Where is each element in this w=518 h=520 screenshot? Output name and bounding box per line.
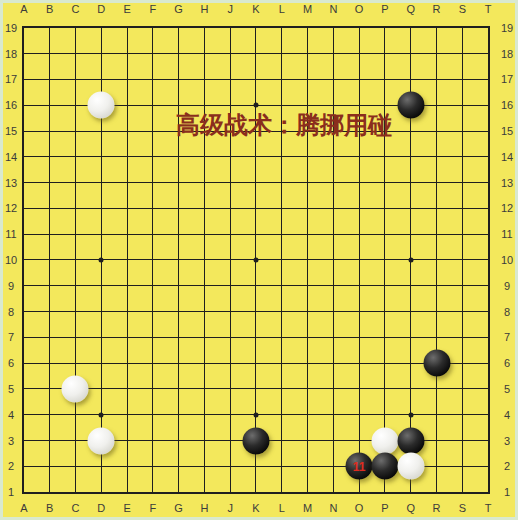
board-intersection[interactable] bbox=[11, 273, 37, 299]
board-intersection[interactable] bbox=[11, 350, 37, 376]
board-intersection[interactable] bbox=[63, 453, 89, 479]
board-intersection[interactable] bbox=[63, 196, 89, 222]
board-intersection[interactable] bbox=[398, 221, 424, 247]
board-intersection[interactable] bbox=[63, 376, 89, 402]
board-intersection[interactable] bbox=[475, 350, 501, 376]
board-intersection[interactable] bbox=[398, 247, 424, 273]
board-intersection[interactable] bbox=[140, 428, 166, 454]
board-intersection[interactable] bbox=[192, 453, 218, 479]
board-intersection[interactable] bbox=[243, 144, 269, 170]
board-intersection[interactable] bbox=[346, 376, 372, 402]
board-intersection[interactable] bbox=[217, 402, 243, 428]
board-intersection[interactable] bbox=[346, 221, 372, 247]
board-intersection[interactable] bbox=[424, 15, 450, 41]
board-intersection[interactable] bbox=[217, 15, 243, 41]
board-intersection[interactable] bbox=[449, 376, 475, 402]
board-intersection[interactable] bbox=[295, 15, 321, 41]
board-intersection[interactable] bbox=[398, 15, 424, 41]
board-intersection[interactable] bbox=[449, 479, 475, 505]
board-intersection[interactable] bbox=[243, 67, 269, 93]
board-intersection[interactable] bbox=[346, 67, 372, 93]
board-intersection[interactable] bbox=[166, 299, 192, 325]
board-intersection[interactable] bbox=[88, 118, 114, 144]
board-intersection[interactable] bbox=[88, 170, 114, 196]
board-intersection[interactable] bbox=[269, 428, 295, 454]
board-intersection[interactable] bbox=[88, 479, 114, 505]
board-intersection[interactable] bbox=[295, 196, 321, 222]
board-intersection[interactable] bbox=[37, 324, 63, 350]
board-intersection[interactable] bbox=[192, 324, 218, 350]
board-intersection[interactable] bbox=[11, 67, 37, 93]
board-intersection[interactable] bbox=[372, 428, 398, 454]
board-intersection[interactable] bbox=[88, 299, 114, 325]
board-intersection[interactable] bbox=[243, 15, 269, 41]
board-intersection[interactable] bbox=[372, 15, 398, 41]
board-intersection[interactable] bbox=[192, 402, 218, 428]
board-intersection[interactable] bbox=[114, 196, 140, 222]
board-intersection[interactable] bbox=[166, 350, 192, 376]
board-intersection[interactable] bbox=[346, 428, 372, 454]
board-intersection[interactable] bbox=[243, 453, 269, 479]
board-intersection[interactable] bbox=[37, 144, 63, 170]
board-intersection[interactable] bbox=[114, 324, 140, 350]
board-intersection[interactable] bbox=[424, 118, 450, 144]
black-stone[interactable] bbox=[397, 427, 424, 454]
board-intersection[interactable] bbox=[449, 144, 475, 170]
board-intersection[interactable] bbox=[217, 428, 243, 454]
board-intersection[interactable] bbox=[475, 92, 501, 118]
board-intersection[interactable] bbox=[114, 273, 140, 299]
board-intersection[interactable] bbox=[475, 402, 501, 428]
board-intersection[interactable] bbox=[88, 350, 114, 376]
board-intersection[interactable] bbox=[217, 41, 243, 67]
board-intersection[interactable] bbox=[269, 402, 295, 428]
board-intersection[interactable] bbox=[63, 41, 89, 67]
board-intersection[interactable] bbox=[63, 118, 89, 144]
board-intersection[interactable] bbox=[63, 273, 89, 299]
board-intersection[interactable] bbox=[372, 144, 398, 170]
board-intersection[interactable] bbox=[192, 247, 218, 273]
board-intersection[interactable] bbox=[114, 144, 140, 170]
board-intersection[interactable] bbox=[449, 428, 475, 454]
board-intersection[interactable] bbox=[88, 324, 114, 350]
board-intersection[interactable] bbox=[424, 170, 450, 196]
board-intersection[interactable] bbox=[269, 324, 295, 350]
board-intersection[interactable] bbox=[372, 350, 398, 376]
board-intersection[interactable] bbox=[320, 247, 346, 273]
board-intersection[interactable] bbox=[269, 273, 295, 299]
white-stone[interactable] bbox=[397, 453, 424, 480]
board-intersection[interactable] bbox=[88, 67, 114, 93]
board-intersection[interactable] bbox=[140, 350, 166, 376]
board-intersection[interactable] bbox=[449, 67, 475, 93]
board-intersection[interactable] bbox=[217, 221, 243, 247]
board-intersection[interactable] bbox=[475, 41, 501, 67]
board-intersection[interactable] bbox=[372, 299, 398, 325]
board-intersection[interactable] bbox=[140, 273, 166, 299]
board-intersection[interactable] bbox=[166, 221, 192, 247]
board-intersection[interactable] bbox=[140, 41, 166, 67]
board-intersection[interactable] bbox=[295, 144, 321, 170]
board-intersection[interactable] bbox=[37, 118, 63, 144]
board-intersection[interactable] bbox=[424, 402, 450, 428]
board-intersection[interactable] bbox=[37, 479, 63, 505]
board-intersection[interactable] bbox=[88, 144, 114, 170]
board-intersection[interactable] bbox=[192, 273, 218, 299]
board-intersection[interactable] bbox=[398, 402, 424, 428]
board-intersection[interactable] bbox=[114, 247, 140, 273]
board-intersection[interactable] bbox=[63, 92, 89, 118]
board-intersection[interactable] bbox=[37, 92, 63, 118]
board-intersection[interactable] bbox=[37, 428, 63, 454]
board-intersection[interactable] bbox=[346, 273, 372, 299]
board-intersection[interactable] bbox=[424, 479, 450, 505]
board-intersection[interactable] bbox=[192, 67, 218, 93]
board-intersection[interactable] bbox=[269, 144, 295, 170]
board-intersection[interactable] bbox=[243, 428, 269, 454]
board-intersection[interactable] bbox=[449, 92, 475, 118]
board-intersection[interactable] bbox=[449, 118, 475, 144]
board-intersection[interactable] bbox=[37, 376, 63, 402]
board-intersection[interactable] bbox=[346, 15, 372, 41]
board-intersection[interactable] bbox=[37, 299, 63, 325]
board-intersection[interactable] bbox=[424, 376, 450, 402]
board-intersection[interactable] bbox=[243, 196, 269, 222]
board-intersection[interactable] bbox=[269, 247, 295, 273]
board-intersection[interactable] bbox=[449, 453, 475, 479]
board-intersection[interactable] bbox=[11, 376, 37, 402]
board-intersection[interactable] bbox=[295, 453, 321, 479]
board-intersection[interactable] bbox=[295, 299, 321, 325]
board-intersection[interactable] bbox=[63, 221, 89, 247]
board-intersection[interactable] bbox=[372, 221, 398, 247]
board-intersection[interactable] bbox=[166, 402, 192, 428]
board-intersection[interactable] bbox=[37, 41, 63, 67]
board-intersection[interactable] bbox=[88, 428, 114, 454]
board-intersection[interactable] bbox=[269, 376, 295, 402]
board-intersection[interactable] bbox=[346, 402, 372, 428]
board-intersection[interactable] bbox=[449, 273, 475, 299]
black-stone[interactable] bbox=[371, 453, 398, 480]
board-intersection[interactable] bbox=[346, 350, 372, 376]
board-intersection[interactable] bbox=[63, 428, 89, 454]
board-intersection[interactable] bbox=[320, 479, 346, 505]
board-intersection[interactable] bbox=[320, 453, 346, 479]
board-intersection[interactable] bbox=[140, 67, 166, 93]
board-intersection[interactable] bbox=[88, 273, 114, 299]
board-intersection[interactable] bbox=[37, 67, 63, 93]
board-intersection[interactable] bbox=[346, 144, 372, 170]
board-intersection[interactable] bbox=[398, 273, 424, 299]
black-stone[interactable] bbox=[423, 350, 450, 377]
board-intersection[interactable] bbox=[269, 479, 295, 505]
board-intersection[interactable] bbox=[192, 196, 218, 222]
board-intersection[interactable] bbox=[11, 15, 37, 41]
board-intersection[interactable] bbox=[166, 41, 192, 67]
board-intersection[interactable] bbox=[166, 196, 192, 222]
board-intersection[interactable] bbox=[320, 350, 346, 376]
board-intersection[interactable] bbox=[114, 376, 140, 402]
board-intersection[interactable] bbox=[424, 350, 450, 376]
board-intersection[interactable] bbox=[217, 170, 243, 196]
board-intersection[interactable] bbox=[424, 196, 450, 222]
board-intersection[interactable] bbox=[11, 92, 37, 118]
board-intersection[interactable] bbox=[192, 479, 218, 505]
board-intersection[interactable] bbox=[398, 299, 424, 325]
board-intersection[interactable] bbox=[398, 41, 424, 67]
board-intersection[interactable] bbox=[217, 144, 243, 170]
board-intersection[interactable] bbox=[217, 247, 243, 273]
board-intersection[interactable] bbox=[63, 299, 89, 325]
board-intersection[interactable] bbox=[63, 170, 89, 196]
board-intersection[interactable] bbox=[424, 41, 450, 67]
board-intersection[interactable] bbox=[269, 15, 295, 41]
board-intersection[interactable] bbox=[295, 273, 321, 299]
board-intersection[interactable] bbox=[269, 350, 295, 376]
board-intersection[interactable] bbox=[475, 196, 501, 222]
board-intersection[interactable] bbox=[398, 196, 424, 222]
board-intersection[interactable] bbox=[295, 324, 321, 350]
board-intersection[interactable] bbox=[320, 273, 346, 299]
board-intersection[interactable] bbox=[424, 221, 450, 247]
board-intersection[interactable] bbox=[269, 41, 295, 67]
board-intersection[interactable] bbox=[320, 324, 346, 350]
board-intersection[interactable] bbox=[372, 324, 398, 350]
board-intersection[interactable] bbox=[37, 350, 63, 376]
board-intersection[interactable] bbox=[114, 41, 140, 67]
board-intersection[interactable] bbox=[320, 299, 346, 325]
board-intersection[interactable] bbox=[295, 350, 321, 376]
board-intersection[interactable] bbox=[192, 41, 218, 67]
board-intersection[interactable] bbox=[140, 170, 166, 196]
white-stone[interactable] bbox=[62, 375, 89, 402]
board-intersection[interactable] bbox=[192, 221, 218, 247]
board-intersection[interactable] bbox=[140, 144, 166, 170]
board-intersection[interactable] bbox=[114, 350, 140, 376]
board-intersection[interactable] bbox=[166, 453, 192, 479]
board-intersection[interactable] bbox=[11, 428, 37, 454]
board-intersection[interactable] bbox=[37, 247, 63, 273]
board-intersection[interactable] bbox=[114, 428, 140, 454]
board-intersection[interactable] bbox=[295, 428, 321, 454]
board-intersection[interactable] bbox=[114, 221, 140, 247]
board-intersection[interactable] bbox=[243, 247, 269, 273]
board-intersection[interactable] bbox=[449, 324, 475, 350]
board-intersection[interactable] bbox=[88, 196, 114, 222]
board-intersection[interactable] bbox=[449, 221, 475, 247]
board-intersection[interactable] bbox=[114, 453, 140, 479]
board-intersection[interactable] bbox=[372, 453, 398, 479]
board-intersection[interactable] bbox=[217, 196, 243, 222]
board-intersection[interactable] bbox=[166, 170, 192, 196]
board-intersection[interactable] bbox=[140, 479, 166, 505]
board-intersection[interactable] bbox=[449, 41, 475, 67]
board-intersection[interactable] bbox=[192, 170, 218, 196]
board-intersection[interactable] bbox=[449, 350, 475, 376]
board-intersection[interactable] bbox=[449, 402, 475, 428]
board-intersection[interactable] bbox=[243, 41, 269, 67]
board-intersection[interactable] bbox=[424, 144, 450, 170]
board-intersection[interactable] bbox=[243, 221, 269, 247]
board-intersection[interactable] bbox=[114, 299, 140, 325]
board-intersection[interactable] bbox=[140, 453, 166, 479]
board-intersection[interactable] bbox=[475, 67, 501, 93]
board-intersection[interactable] bbox=[398, 453, 424, 479]
board-intersection[interactable] bbox=[140, 299, 166, 325]
board-intersection[interactable] bbox=[88, 92, 114, 118]
board-intersection[interactable] bbox=[11, 479, 37, 505]
board-intersection[interactable] bbox=[320, 221, 346, 247]
board-intersection[interactable] bbox=[140, 221, 166, 247]
board-intersection[interactable] bbox=[114, 67, 140, 93]
board-intersection[interactable] bbox=[449, 170, 475, 196]
board-intersection[interactable] bbox=[320, 376, 346, 402]
board-intersection[interactable] bbox=[166, 15, 192, 41]
board-intersection[interactable] bbox=[424, 67, 450, 93]
board-intersection[interactable] bbox=[475, 453, 501, 479]
board-intersection[interactable] bbox=[217, 324, 243, 350]
board-intersection[interactable] bbox=[475, 428, 501, 454]
board-intersection[interactable] bbox=[166, 479, 192, 505]
board-intersection[interactable] bbox=[88, 402, 114, 428]
board-intersection[interactable] bbox=[140, 15, 166, 41]
board-intersection[interactable] bbox=[424, 453, 450, 479]
board-intersection[interactable] bbox=[475, 324, 501, 350]
board-intersection[interactable] bbox=[398, 479, 424, 505]
board-intersection[interactable] bbox=[398, 428, 424, 454]
board-intersection[interactable] bbox=[320, 15, 346, 41]
board-intersection[interactable] bbox=[166, 67, 192, 93]
board-intersection[interactable] bbox=[243, 299, 269, 325]
board-intersection[interactable] bbox=[295, 247, 321, 273]
board-intersection[interactable] bbox=[372, 41, 398, 67]
board-intersection[interactable] bbox=[63, 67, 89, 93]
board-intersection[interactable] bbox=[243, 273, 269, 299]
board-intersection[interactable] bbox=[88, 247, 114, 273]
board-intersection[interactable] bbox=[217, 67, 243, 93]
board-intersection[interactable] bbox=[243, 350, 269, 376]
board-intersection[interactable] bbox=[140, 324, 166, 350]
board-intersection[interactable] bbox=[217, 273, 243, 299]
board-intersection[interactable] bbox=[320, 196, 346, 222]
board-intersection[interactable] bbox=[424, 92, 450, 118]
board-intersection[interactable] bbox=[192, 376, 218, 402]
board-intersection[interactable] bbox=[346, 170, 372, 196]
board-intersection[interactable] bbox=[475, 247, 501, 273]
board-intersection[interactable]: 11 bbox=[346, 453, 372, 479]
board-intersection[interactable] bbox=[63, 15, 89, 41]
board-intersection[interactable] bbox=[37, 15, 63, 41]
board-intersection[interactable] bbox=[346, 324, 372, 350]
board-intersection[interactable] bbox=[320, 67, 346, 93]
board-intersection[interactable] bbox=[88, 15, 114, 41]
board-intersection[interactable] bbox=[243, 170, 269, 196]
white-stone[interactable] bbox=[371, 427, 398, 454]
board-intersection[interactable] bbox=[11, 144, 37, 170]
board-intersection[interactable] bbox=[346, 247, 372, 273]
board-intersection[interactable] bbox=[449, 196, 475, 222]
board-intersection[interactable] bbox=[88, 41, 114, 67]
board-intersection[interactable] bbox=[140, 196, 166, 222]
board-intersection[interactable] bbox=[88, 376, 114, 402]
board-intersection[interactable] bbox=[217, 453, 243, 479]
board-intersection[interactable] bbox=[295, 170, 321, 196]
board-intersection[interactable] bbox=[37, 402, 63, 428]
board-intersection[interactable] bbox=[140, 247, 166, 273]
board-intersection[interactable] bbox=[295, 41, 321, 67]
black-stone[interactable]: 11 bbox=[346, 453, 373, 480]
board-intersection[interactable] bbox=[295, 376, 321, 402]
board-intersection[interactable] bbox=[398, 350, 424, 376]
board-intersection[interactable] bbox=[217, 350, 243, 376]
board-intersection[interactable] bbox=[192, 299, 218, 325]
board-intersection[interactable] bbox=[243, 479, 269, 505]
board-intersection[interactable] bbox=[114, 170, 140, 196]
board-intersection[interactable] bbox=[475, 299, 501, 325]
board-intersection[interactable] bbox=[11, 324, 37, 350]
board-intersection[interactable] bbox=[11, 196, 37, 222]
board-intersection[interactable] bbox=[295, 479, 321, 505]
board-intersection[interactable] bbox=[449, 247, 475, 273]
board-intersection[interactable] bbox=[398, 324, 424, 350]
board-intersection[interactable] bbox=[475, 15, 501, 41]
board-intersection[interactable] bbox=[63, 144, 89, 170]
board-intersection[interactable] bbox=[11, 453, 37, 479]
board-intersection[interactable] bbox=[320, 170, 346, 196]
board-intersection[interactable] bbox=[166, 144, 192, 170]
board-intersection[interactable] bbox=[475, 221, 501, 247]
board-intersection[interactable] bbox=[269, 453, 295, 479]
board-intersection[interactable] bbox=[424, 299, 450, 325]
board-intersection[interactable] bbox=[88, 453, 114, 479]
board-intersection[interactable] bbox=[372, 247, 398, 273]
board-intersection[interactable] bbox=[424, 324, 450, 350]
board-intersection[interactable] bbox=[11, 170, 37, 196]
board-intersection[interactable] bbox=[11, 299, 37, 325]
board-intersection[interactable] bbox=[372, 196, 398, 222]
board-intersection[interactable] bbox=[11, 41, 37, 67]
board-intersection[interactable] bbox=[63, 402, 89, 428]
board-intersection[interactable] bbox=[37, 196, 63, 222]
board-intersection[interactable] bbox=[424, 428, 450, 454]
board-intersection[interactable] bbox=[63, 324, 89, 350]
board-intersection[interactable] bbox=[243, 376, 269, 402]
board-intersection[interactable] bbox=[295, 402, 321, 428]
board-intersection[interactable] bbox=[269, 196, 295, 222]
black-stone[interactable] bbox=[242, 427, 269, 454]
board-intersection[interactable] bbox=[37, 453, 63, 479]
board-intersection[interactable] bbox=[372, 402, 398, 428]
board-intersection[interactable] bbox=[346, 479, 372, 505]
board-intersection[interactable] bbox=[295, 221, 321, 247]
board-intersection[interactable] bbox=[372, 170, 398, 196]
board-intersection[interactable] bbox=[398, 376, 424, 402]
board-intersection[interactable] bbox=[269, 170, 295, 196]
board-intersection[interactable] bbox=[11, 118, 37, 144]
board-intersection[interactable] bbox=[11, 247, 37, 273]
board-intersection[interactable] bbox=[320, 402, 346, 428]
board-intersection[interactable] bbox=[269, 221, 295, 247]
board-intersection[interactable] bbox=[140, 402, 166, 428]
board-intersection[interactable] bbox=[37, 170, 63, 196]
board-intersection[interactable] bbox=[398, 144, 424, 170]
board-intersection[interactable] bbox=[217, 299, 243, 325]
board-intersection[interactable] bbox=[475, 144, 501, 170]
board-intersection[interactable] bbox=[217, 376, 243, 402]
board-intersection[interactable] bbox=[424, 273, 450, 299]
board-intersection[interactable] bbox=[372, 67, 398, 93]
white-stone[interactable] bbox=[88, 427, 115, 454]
